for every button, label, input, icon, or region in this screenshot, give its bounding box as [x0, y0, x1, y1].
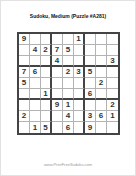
cell-r4c7: 5 [85, 67, 96, 78]
cell-r5c8: 2 [96, 78, 107, 89]
sudoku-print-page: Sudoku, Medium (Puzzle #A281) 9142754376… [0, 0, 136, 176]
cell-r4c1: 7 [19, 67, 30, 78]
cell-r9c5: 6 [63, 122, 74, 133]
cell-r1c6: 1 [74, 34, 85, 45]
cell-r3c3 [41, 56, 52, 67]
cell-r6c2 [30, 89, 41, 100]
cell-r2c8 [96, 45, 107, 56]
cell-r1c4 [52, 34, 63, 45]
cell-r1c2 [30, 34, 41, 45]
cell-r9c7: 9 [85, 122, 96, 133]
cell-r1c7 [85, 34, 96, 45]
cell-r4c8 [96, 67, 107, 78]
cell-r9c3: 5 [41, 122, 52, 133]
cell-r1c1: 9 [19, 34, 30, 45]
cell-r2c4: 7 [52, 45, 63, 56]
cell-r5c2 [30, 78, 41, 89]
cell-r5c3 [41, 78, 52, 89]
cell-r7c8 [96, 100, 107, 111]
cell-r3c9: 3 [107, 56, 118, 67]
cell-r2c7 [85, 45, 96, 56]
cell-r7c5: 1 [63, 100, 74, 111]
cell-r4c9 [107, 67, 118, 78]
cell-r8c8: 6 [96, 111, 107, 122]
cell-r9c6 [74, 122, 85, 133]
cell-r4c4 [52, 67, 63, 78]
cell-r9c2: 1 [30, 122, 41, 133]
cell-r9c4 [52, 122, 63, 133]
cell-r6c1 [19, 89, 30, 100]
cell-r5c1: 5 [19, 78, 30, 89]
cell-r8c2 [30, 111, 41, 122]
cell-r6c9 [107, 89, 118, 100]
cell-r7c9: 2 [107, 100, 118, 111]
cell-r3c5 [63, 56, 74, 67]
sudoku-board: 91427543762355216912243611569 [17, 32, 120, 135]
cell-r1c8 [96, 34, 107, 45]
cell-r7c6 [74, 100, 85, 111]
cell-r8c6 [74, 111, 85, 122]
cell-r6c5 [63, 89, 74, 100]
cell-r2c2: 4 [30, 45, 41, 56]
cell-r2c5: 5 [63, 45, 74, 56]
cell-r3c6 [74, 56, 85, 67]
cell-r5c4 [52, 78, 63, 89]
cell-r7c7 [85, 100, 96, 111]
cell-r1c5 [63, 34, 74, 45]
cell-r7c1 [19, 100, 30, 111]
cell-r3c7 [85, 56, 96, 67]
cell-r1c9 [107, 34, 118, 45]
cell-r4c5: 2 [63, 67, 74, 78]
cell-r2c9 [107, 45, 118, 56]
cell-r6c8 [96, 89, 107, 100]
cell-r2c3: 2 [41, 45, 52, 56]
cell-r7c3 [41, 100, 52, 111]
cell-r8c7: 3 [85, 111, 96, 122]
cell-r3c4: 4 [52, 56, 63, 67]
cell-r6c6 [74, 89, 85, 100]
cell-r8c1: 2 [19, 111, 30, 122]
cell-r2c6 [74, 45, 85, 56]
cell-r4c3 [41, 67, 52, 78]
cell-r4c6: 3 [74, 67, 85, 78]
cell-r4c2: 6 [30, 67, 41, 78]
cell-r6c7: 6 [85, 89, 96, 100]
cell-r8c9: 1 [107, 111, 118, 122]
cell-r5c9 [107, 78, 118, 89]
footer-url: www.PrintFreeSudoku.com [1, 162, 135, 167]
page-title: Sudoku, Medium (Puzzle #A281) [1, 12, 135, 20]
cell-r1c3 [41, 34, 52, 45]
cell-r6c3: 1 [41, 89, 52, 100]
cell-r6c4 [52, 89, 63, 100]
cell-r7c2 [30, 100, 41, 111]
cell-r9c8 [96, 122, 107, 133]
cell-r8c4 [52, 111, 63, 122]
cell-r9c1 [19, 122, 30, 133]
cell-r5c7 [85, 78, 96, 89]
cell-r5c5 [63, 78, 74, 89]
cell-r2c1 [19, 45, 30, 56]
cell-r5c6 [74, 78, 85, 89]
cell-r7c4: 9 [52, 100, 63, 111]
cell-r3c2 [30, 56, 41, 67]
cell-r9c9 [107, 122, 118, 133]
cell-r3c1 [19, 56, 30, 67]
cell-r3c8 [96, 56, 107, 67]
cell-r8c3 [41, 111, 52, 122]
cell-r8c5: 4 [63, 111, 74, 122]
